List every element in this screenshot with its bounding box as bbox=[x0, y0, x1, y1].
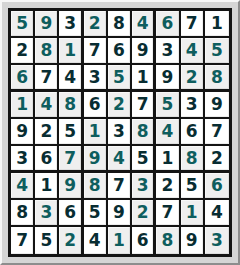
cell-r7c5[interactable]: 7 bbox=[108, 173, 132, 200]
cell-r4c1[interactable]: 1 bbox=[11, 92, 35, 119]
cell-r9c8[interactable]: 9 bbox=[181, 227, 205, 254]
cell-r5c9[interactable]: 7 bbox=[205, 119, 229, 146]
cell-r1c9[interactable]: 1 bbox=[205, 11, 229, 38]
cell-r7c9[interactable]: 6 bbox=[205, 173, 229, 200]
cell-r4c5[interactable]: 2 bbox=[108, 92, 132, 119]
cell-r7c3[interactable]: 9 bbox=[59, 173, 83, 200]
cell-r6c5[interactable]: 4 bbox=[108, 146, 132, 173]
cell-r4c9[interactable]: 9 bbox=[205, 92, 229, 119]
cell-r3c6[interactable]: 1 bbox=[132, 65, 156, 92]
cell-r8c2[interactable]: 3 bbox=[35, 200, 59, 227]
cell-r6c3[interactable]: 7 bbox=[59, 146, 83, 173]
cell-r9c5[interactable]: 1 bbox=[108, 227, 132, 254]
cell-r1c4[interactable]: 2 bbox=[84, 11, 108, 38]
cell-r1c6[interactable]: 4 bbox=[132, 11, 156, 38]
cell-r3c9[interactable]: 8 bbox=[205, 65, 229, 92]
cell-r8c6[interactable]: 2 bbox=[132, 200, 156, 227]
cell-r8c9[interactable]: 4 bbox=[205, 200, 229, 227]
cell-r3c5[interactable]: 5 bbox=[108, 65, 132, 92]
cell-r5c8[interactable]: 6 bbox=[181, 119, 205, 146]
cell-r4c8[interactable]: 3 bbox=[181, 92, 205, 119]
cell-r4c3[interactable]: 8 bbox=[59, 92, 83, 119]
cell-r9c3[interactable]: 2 bbox=[59, 227, 83, 254]
cell-r8c1[interactable]: 8 bbox=[11, 200, 35, 227]
cell-r1c1[interactable]: 5 bbox=[11, 11, 35, 38]
cell-r3c7[interactable]: 9 bbox=[156, 65, 180, 92]
cell-r1c2[interactable]: 9 bbox=[35, 11, 59, 38]
cell-r5c7[interactable]: 4 bbox=[156, 119, 180, 146]
cell-r5c2[interactable]: 2 bbox=[35, 119, 59, 146]
cell-r2c4[interactable]: 7 bbox=[84, 38, 108, 65]
cell-r7c4[interactable]: 8 bbox=[84, 173, 108, 200]
cell-r9c1[interactable]: 7 bbox=[11, 227, 35, 254]
cell-r5c3[interactable]: 5 bbox=[59, 119, 83, 146]
cell-r8c4[interactable]: 5 bbox=[84, 200, 108, 227]
cell-r3c8[interactable]: 2 bbox=[181, 65, 205, 92]
cell-r1c7[interactable]: 6 bbox=[156, 11, 180, 38]
cell-r9c6[interactable]: 6 bbox=[132, 227, 156, 254]
cell-r2c2[interactable]: 8 bbox=[35, 38, 59, 65]
cell-r7c8[interactable]: 5 bbox=[181, 173, 205, 200]
cell-r8c5[interactable]: 9 bbox=[108, 200, 132, 227]
cell-r6c1[interactable]: 3 bbox=[11, 146, 35, 173]
cell-r7c7[interactable]: 2 bbox=[156, 173, 180, 200]
cell-r2c7[interactable]: 3 bbox=[156, 38, 180, 65]
cell-r2c1[interactable]: 2 bbox=[11, 38, 35, 65]
cell-r6c2[interactable]: 6 bbox=[35, 146, 59, 173]
cell-r2c8[interactable]: 4 bbox=[181, 38, 205, 65]
cell-r6c4[interactable]: 9 bbox=[84, 146, 108, 173]
window-frame: 5932846712817693456743519281486275399251… bbox=[0, 0, 240, 265]
cell-r7c6[interactable]: 3 bbox=[132, 173, 156, 200]
cell-r5c6[interactable]: 8 bbox=[132, 119, 156, 146]
cell-r6c7[interactable]: 1 bbox=[156, 146, 180, 173]
cell-r5c1[interactable]: 9 bbox=[11, 119, 35, 146]
cell-r7c2[interactable]: 1 bbox=[35, 173, 59, 200]
cell-r4c6[interactable]: 7 bbox=[132, 92, 156, 119]
cell-r3c4[interactable]: 3 bbox=[84, 65, 108, 92]
cell-r8c7[interactable]: 7 bbox=[156, 200, 180, 227]
cell-r6c6[interactable]: 5 bbox=[132, 146, 156, 173]
cell-r4c7[interactable]: 5 bbox=[156, 92, 180, 119]
cell-r8c8[interactable]: 1 bbox=[181, 200, 205, 227]
cell-r4c4[interactable]: 6 bbox=[84, 92, 108, 119]
cell-r1c8[interactable]: 7 bbox=[181, 11, 205, 38]
cell-r9c7[interactable]: 8 bbox=[156, 227, 180, 254]
cell-r8c3[interactable]: 6 bbox=[59, 200, 83, 227]
cell-r6c8[interactable]: 8 bbox=[181, 146, 205, 173]
cell-r3c3[interactable]: 4 bbox=[59, 65, 83, 92]
cell-r9c9[interactable]: 3 bbox=[205, 227, 229, 254]
cell-r5c5[interactable]: 3 bbox=[108, 119, 132, 146]
cell-r2c9[interactable]: 5 bbox=[205, 38, 229, 65]
cell-r2c6[interactable]: 9 bbox=[132, 38, 156, 65]
cell-r9c2[interactable]: 5 bbox=[35, 227, 59, 254]
cell-r3c1[interactable]: 6 bbox=[11, 65, 35, 92]
cell-r1c3[interactable]: 3 bbox=[59, 11, 83, 38]
cell-r4c2[interactable]: 4 bbox=[35, 92, 59, 119]
cell-r5c4[interactable]: 1 bbox=[84, 119, 108, 146]
cell-r2c5[interactable]: 6 bbox=[108, 38, 132, 65]
cell-r3c2[interactable]: 7 bbox=[35, 65, 59, 92]
cell-r1c5[interactable]: 8 bbox=[108, 11, 132, 38]
cell-r9c4[interactable]: 4 bbox=[84, 227, 108, 254]
sudoku-board: 5932846712817693456743519281486275399251… bbox=[8, 8, 232, 257]
cell-r2c3[interactable]: 1 bbox=[59, 38, 83, 65]
cell-r6c9[interactable]: 2 bbox=[205, 146, 229, 173]
cell-r7c1[interactable]: 4 bbox=[11, 173, 35, 200]
